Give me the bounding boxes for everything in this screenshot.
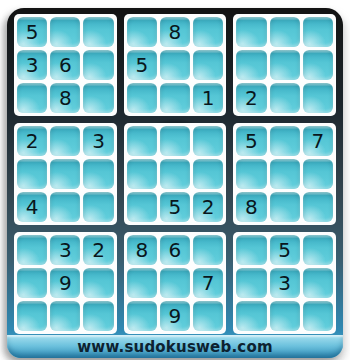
cell-r5c6[interactable] (193, 159, 223, 189)
cell-r8c5[interactable] (160, 268, 190, 298)
cell-r2c4[interactable]: 5 (127, 50, 157, 80)
cell-r4c4[interactable] (127, 126, 157, 156)
cell-r5c5[interactable] (160, 159, 190, 189)
cell-r9c3[interactable] (83, 301, 113, 331)
cell-r5c2[interactable] (50, 159, 80, 189)
cell-r9c8[interactable] (270, 301, 300, 331)
sudoku-grid: 5368851223452578329867953 (14, 14, 336, 334)
cell-r3c7[interactable]: 2 (236, 83, 266, 113)
cell-r4c7[interactable]: 5 (236, 126, 266, 156)
block-3-3: 53 (233, 232, 336, 334)
cell-r7c2[interactable]: 3 (50, 235, 80, 265)
cell-r2c1[interactable]: 3 (17, 50, 47, 80)
cell-r9c5[interactable]: 9 (160, 301, 190, 331)
cell-r1c2[interactable] (50, 17, 80, 47)
cell-r2c6[interactable] (193, 50, 223, 80)
cell-r9c9[interactable] (303, 301, 333, 331)
block-2-3: 578 (233, 123, 336, 225)
cell-r1c9[interactable] (303, 17, 333, 47)
cell-r1c8[interactable] (270, 17, 300, 47)
cell-r6c7[interactable]: 8 (236, 192, 266, 222)
cell-r2c5[interactable] (160, 50, 190, 80)
cell-r3c9[interactable] (303, 83, 333, 113)
block-1-1: 5368 (14, 14, 117, 116)
cell-r5c4[interactable] (127, 159, 157, 189)
cell-r9c7[interactable] (236, 301, 266, 331)
cell-r8c6[interactable]: 7 (193, 268, 223, 298)
cell-r6c5[interactable]: 5 (160, 192, 190, 222)
sudoku-board-frame: 5368851223452578329867953 www.sudokusweb… (7, 8, 343, 358)
cell-r8c4[interactable] (127, 268, 157, 298)
cell-r2c3[interactable] (83, 50, 113, 80)
cell-r4c3[interactable]: 3 (83, 126, 113, 156)
cell-r9c1[interactable] (17, 301, 47, 331)
cell-r8c1[interactable] (17, 268, 47, 298)
cell-r7c7[interactable] (236, 235, 266, 265)
cell-r6c9[interactable] (303, 192, 333, 222)
cell-r5c3[interactable] (83, 159, 113, 189)
cell-r4c9[interactable]: 7 (303, 126, 333, 156)
cell-r8c8[interactable]: 3 (270, 268, 300, 298)
cell-r4c8[interactable] (270, 126, 300, 156)
block-2-1: 234 (14, 123, 117, 225)
footer-link[interactable]: www.sudokusweb.com (77, 338, 272, 356)
cell-r7c4[interactable]: 8 (127, 235, 157, 265)
cell-r7c9[interactable] (303, 235, 333, 265)
block-1-3: 2 (233, 14, 336, 116)
cell-r8c2[interactable]: 9 (50, 268, 80, 298)
cell-r9c6[interactable] (193, 301, 223, 331)
cell-r1c7[interactable] (236, 17, 266, 47)
cell-r3c5[interactable] (160, 83, 190, 113)
cell-r2c8[interactable] (270, 50, 300, 80)
block-1-2: 851 (124, 14, 227, 116)
cell-r2c9[interactable] (303, 50, 333, 80)
cell-r7c8[interactable]: 5 (270, 235, 300, 265)
cell-r6c3[interactable] (83, 192, 113, 222)
cell-r6c2[interactable] (50, 192, 80, 222)
cell-r1c4[interactable] (127, 17, 157, 47)
cell-r9c2[interactable] (50, 301, 80, 331)
cell-r7c5[interactable]: 6 (160, 235, 190, 265)
cell-r5c7[interactable] (236, 159, 266, 189)
block-2-2: 52 (124, 123, 227, 225)
cell-r6c8[interactable] (270, 192, 300, 222)
block-3-2: 8679 (124, 232, 227, 334)
cell-r3c3[interactable] (83, 83, 113, 113)
cell-r3c8[interactable] (270, 83, 300, 113)
cell-r2c7[interactable] (236, 50, 266, 80)
cell-r3c6[interactable]: 1 (193, 83, 223, 113)
cell-r5c9[interactable] (303, 159, 333, 189)
cell-r8c7[interactable] (236, 268, 266, 298)
block-3-1: 329 (14, 232, 117, 334)
cell-r4c1[interactable]: 2 (17, 126, 47, 156)
cell-r2c2[interactable]: 6 (50, 50, 80, 80)
cell-r1c1[interactable]: 5 (17, 17, 47, 47)
cell-r7c1[interactable] (17, 235, 47, 265)
cell-r1c6[interactable] (193, 17, 223, 47)
cell-r5c1[interactable] (17, 159, 47, 189)
cell-r6c4[interactable] (127, 192, 157, 222)
cell-r1c5[interactable]: 8 (160, 17, 190, 47)
cell-r9c4[interactable] (127, 301, 157, 331)
cell-r3c1[interactable] (17, 83, 47, 113)
cell-r7c6[interactable] (193, 235, 223, 265)
cell-r3c2[interactable]: 8 (50, 83, 80, 113)
cell-r1c3[interactable] (83, 17, 113, 47)
cell-r4c6[interactable] (193, 126, 223, 156)
footer-band: www.sudokusweb.com (7, 335, 343, 358)
cell-r7c3[interactable]: 2 (83, 235, 113, 265)
cell-r4c5[interactable] (160, 126, 190, 156)
cell-r6c1[interactable]: 4 (17, 192, 47, 222)
cell-r8c9[interactable] (303, 268, 333, 298)
cell-r6c6[interactable]: 2 (193, 192, 223, 222)
cell-r5c8[interactable] (270, 159, 300, 189)
cell-r4c2[interactable] (50, 126, 80, 156)
cell-r3c4[interactable] (127, 83, 157, 113)
cell-r8c3[interactable] (83, 268, 113, 298)
